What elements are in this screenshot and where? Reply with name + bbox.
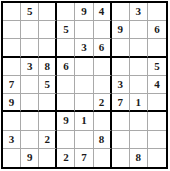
cell-r6c5[interactable] <box>75 94 93 112</box>
cell-r2c1[interactable] <box>3 21 21 39</box>
cell-r4c5[interactable] <box>75 58 93 76</box>
cell-r9c3[interactable] <box>39 149 57 167</box>
cell-r8c6[interactable]: 8 <box>94 131 112 149</box>
given-digit: 8 <box>45 61 51 72</box>
given-digit: 7 <box>117 97 123 108</box>
cell-r3c3[interactable] <box>39 39 57 57</box>
cell-r6c8[interactable]: 1 <box>130 94 148 112</box>
cell-r1c6[interactable]: 4 <box>94 3 112 21</box>
cell-r7c1[interactable] <box>3 112 21 130</box>
cell-r7c5[interactable]: 1 <box>75 112 93 130</box>
given-digit: 2 <box>45 134 51 145</box>
cell-r2c9[interactable]: 6 <box>148 21 166 39</box>
cell-r6c1[interactable]: 9 <box>3 94 21 112</box>
given-digit: 6 <box>154 24 160 35</box>
given-digit: 7 <box>81 152 87 163</box>
cell-r5c9[interactable]: 4 <box>148 76 166 94</box>
cell-r9c1[interactable] <box>3 149 21 167</box>
given-digit: 3 <box>27 61 33 72</box>
cell-r7c2[interactable] <box>21 112 39 130</box>
cell-r3c2[interactable] <box>21 39 39 57</box>
cell-r5c4[interactable] <box>57 76 75 94</box>
cell-r2c7[interactable]: 9 <box>112 21 130 39</box>
cell-r1c2[interactable]: 5 <box>21 3 39 21</box>
cell-r2c5[interactable] <box>75 21 93 39</box>
cell-r5c2[interactable] <box>21 76 39 94</box>
cell-r9c5[interactable]: 7 <box>75 149 93 167</box>
cell-r3c4[interactable] <box>57 39 75 57</box>
given-digit: 3 <box>117 79 123 90</box>
cell-r6c9[interactable] <box>148 94 166 112</box>
cell-r1c9[interactable] <box>148 3 166 21</box>
cell-r4c9[interactable]: 5 <box>148 58 166 76</box>
cell-r7c8[interactable] <box>130 112 148 130</box>
cell-r8c3[interactable]: 2 <box>39 131 57 149</box>
cell-r8c4[interactable] <box>57 131 75 149</box>
cell-r5c3[interactable]: 5 <box>39 76 57 94</box>
given-digit: 9 <box>117 24 123 35</box>
cell-r7c6[interactable] <box>94 112 112 130</box>
cell-r8c5[interactable] <box>75 131 93 149</box>
given-digit: 1 <box>81 115 87 126</box>
cell-r9c7[interactable] <box>112 149 130 167</box>
cell-r1c3[interactable] <box>39 3 57 21</box>
cell-r4c6[interactable] <box>94 58 112 76</box>
cell-r2c2[interactable] <box>21 21 39 39</box>
cell-r9c8[interactable]: 8 <box>130 149 148 167</box>
cell-r3c6[interactable]: 6 <box>94 39 112 57</box>
given-digit: 9 <box>9 97 15 108</box>
given-digit: 5 <box>63 24 69 35</box>
given-digit: 3 <box>81 42 87 53</box>
cell-r8c7[interactable] <box>112 131 130 149</box>
cell-r3c9[interactable] <box>148 39 166 57</box>
cell-r1c5[interactable]: 9 <box>75 3 93 21</box>
cell-r5c8[interactable] <box>130 76 148 94</box>
given-digit: 8 <box>99 134 105 145</box>
given-digit: 9 <box>63 115 69 126</box>
given-digit: 2 <box>99 97 105 108</box>
given-digit: 2 <box>63 152 69 163</box>
given-digit: 9 <box>27 152 33 163</box>
cell-r7c3[interactable] <box>39 112 57 130</box>
cell-r2c3[interactable] <box>39 21 57 39</box>
cell-r5c1[interactable]: 7 <box>3 76 21 94</box>
given-digit: 7 <box>9 79 15 90</box>
cell-r4c3[interactable]: 8 <box>39 58 57 76</box>
given-digit: 5 <box>27 6 33 17</box>
cell-r1c4[interactable] <box>57 3 75 21</box>
given-digit: 4 <box>154 79 160 90</box>
cell-r3c5[interactable]: 3 <box>75 39 93 57</box>
cell-r2c6[interactable] <box>94 21 112 39</box>
given-digit: 4 <box>99 6 105 17</box>
given-digit: 3 <box>136 6 142 17</box>
cell-r5c5[interactable] <box>75 76 93 94</box>
cell-r3c7[interactable] <box>112 39 130 57</box>
given-digit: 6 <box>63 61 69 72</box>
cell-r9c6[interactable] <box>94 149 112 167</box>
cell-r6c6[interactable]: 2 <box>94 94 112 112</box>
cell-r5c7[interactable]: 3 <box>112 76 130 94</box>
cell-r6c2[interactable] <box>21 94 39 112</box>
given-digit: 1 <box>136 97 142 108</box>
cell-r4c7[interactable] <box>112 58 130 76</box>
given-digit: 5 <box>154 61 160 72</box>
cell-r5c6[interactable] <box>94 76 112 94</box>
cell-r9c4[interactable]: 2 <box>57 149 75 167</box>
cell-r4c1[interactable] <box>3 58 21 76</box>
cell-r6c7[interactable]: 7 <box>112 94 130 112</box>
cell-r8c2[interactable] <box>21 131 39 149</box>
cell-r8c1[interactable]: 3 <box>3 131 21 149</box>
cell-r8c8[interactable] <box>130 131 148 149</box>
sudoku-board: 594359636386575349271913289278 <box>1 1 168 169</box>
cell-r8c9[interactable] <box>148 131 166 149</box>
cell-r1c8[interactable]: 3 <box>130 3 148 21</box>
cell-r6c3[interactable] <box>39 94 57 112</box>
cell-r1c1[interactable] <box>3 3 21 21</box>
cell-r1c7[interactable] <box>112 3 130 21</box>
given-digit: 8 <box>136 152 142 163</box>
cell-r2c8[interactable] <box>130 21 148 39</box>
cell-r9c2[interactable]: 9 <box>21 149 39 167</box>
given-digit: 3 <box>9 134 15 145</box>
cell-r4c4[interactable]: 6 <box>57 58 75 76</box>
cell-r9c9[interactable] <box>148 149 166 167</box>
cell-r4c2[interactable]: 3 <box>21 58 39 76</box>
given-digit: 5 <box>45 79 51 90</box>
cell-r3c1[interactable] <box>3 39 21 57</box>
cell-r7c9[interactable] <box>148 112 166 130</box>
cell-r4c8[interactable] <box>130 58 148 76</box>
cell-r3c8[interactable] <box>130 39 148 57</box>
cell-r7c4[interactable]: 9 <box>57 112 75 130</box>
cell-r7c7[interactable] <box>112 112 130 130</box>
cell-r6c4[interactable] <box>57 94 75 112</box>
given-digit: 9 <box>81 6 87 17</box>
given-digit: 6 <box>99 42 105 53</box>
cell-r2c4[interactable]: 5 <box>57 21 75 39</box>
